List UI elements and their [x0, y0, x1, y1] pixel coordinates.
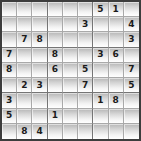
sudoku-cell-r1c8: 1 [109, 2, 124, 17]
sudoku-cell-r3c5[interactable] [63, 32, 78, 47]
sudoku-cell-r4c5[interactable] [63, 48, 78, 63]
sudoku-cell-r4c6[interactable] [78, 48, 93, 63]
sudoku-cell-r1c5[interactable] [63, 2, 78, 17]
sudoku-cell-r8c9[interactable] [124, 109, 139, 124]
sudoku-cell-r8c2[interactable] [17, 109, 32, 124]
sudoku-cell-r5c1: 8 [2, 63, 17, 78]
sudoku-cell-r2c8[interactable] [109, 17, 124, 32]
sudoku-cell-r1c7: 5 [93, 2, 108, 17]
sudoku-cell-r6c1[interactable] [2, 78, 17, 93]
sudoku-cell-r5c2[interactable] [17, 63, 32, 78]
sudoku-cell-r3c9: 3 [124, 32, 139, 47]
sudoku-cell-r1c3[interactable] [32, 2, 47, 17]
sudoku-cell-r6c3: 3 [32, 78, 47, 93]
sudoku-cell-r2c3[interactable] [32, 17, 47, 32]
sudoku-cell-r4c1: 7 [2, 48, 17, 63]
sudoku-cell-r1c1[interactable] [2, 2, 17, 17]
sudoku-cell-r7c1: 3 [2, 93, 17, 108]
sudoku-cell-r4c4: 8 [48, 48, 63, 63]
sudoku-cell-r7c7: 1 [93, 93, 108, 108]
sudoku-cell-r9c9[interactable] [124, 124, 139, 139]
sudoku-cell-r8c8[interactable] [109, 109, 124, 124]
sudoku-cell-r5c5[interactable] [63, 63, 78, 78]
sudoku-cell-r2c5[interactable] [63, 17, 78, 32]
sudoku-cell-r2c2[interactable] [17, 17, 32, 32]
sudoku-cell-r8c7[interactable] [93, 109, 108, 124]
sudoku-cell-r3c2: 7 [17, 32, 32, 47]
sudoku-cell-r7c9[interactable] [124, 93, 139, 108]
sudoku-puzzle: 51347837836865723753185184 [0, 0, 141, 141]
sudoku-cell-r2c7[interactable] [93, 17, 108, 32]
sudoku-cell-r3c6[interactable] [78, 32, 93, 47]
sudoku-cell-r4c7: 3 [93, 48, 108, 63]
sudoku-cell-r4c2[interactable] [17, 48, 32, 63]
sudoku-cell-r8c1: 5 [2, 109, 17, 124]
sudoku-cell-r7c3[interactable] [32, 93, 47, 108]
sudoku-cell-r6c2: 2 [17, 78, 32, 93]
sudoku-cell-r2c4[interactable] [48, 17, 63, 32]
sudoku-cell-r2c9: 4 [124, 17, 139, 32]
sudoku-cell-r6c7[interactable] [93, 78, 108, 93]
sudoku-cell-r8c4: 1 [48, 109, 63, 124]
sudoku-cell-r5c6: 5 [78, 63, 93, 78]
sudoku-cell-r1c9[interactable] [124, 2, 139, 17]
sudoku-board: 51347837836865723753185184 [0, 0, 141, 141]
sudoku-cell-r8c3[interactable] [32, 109, 47, 124]
sudoku-cell-r5c4: 6 [48, 63, 63, 78]
sudoku-cell-r9c3: 4 [32, 124, 47, 139]
sudoku-cell-r3c8[interactable] [109, 32, 124, 47]
sudoku-cell-r8c5[interactable] [63, 109, 78, 124]
sudoku-cell-r9c6[interactable] [78, 124, 93, 139]
sudoku-cell-r1c6[interactable] [78, 2, 93, 17]
sudoku-cell-r6c4[interactable] [48, 78, 63, 93]
sudoku-cell-r7c2[interactable] [17, 93, 32, 108]
sudoku-cell-r5c9: 7 [124, 63, 139, 78]
sudoku-cell-r9c7[interactable] [93, 124, 108, 139]
sudoku-cell-r4c3[interactable] [32, 48, 47, 63]
sudoku-cell-r1c2[interactable] [17, 2, 32, 17]
sudoku-cell-r9c2: 8 [17, 124, 32, 139]
sudoku-cell-r7c4[interactable] [48, 93, 63, 108]
sudoku-cell-r9c1[interactable] [2, 124, 17, 139]
sudoku-cell-r7c6[interactable] [78, 93, 93, 108]
sudoku-cell-r3c7[interactable] [93, 32, 108, 47]
sudoku-cell-r6c6: 7 [78, 78, 93, 93]
sudoku-cell-r6c9: 5 [124, 78, 139, 93]
sudoku-cell-r3c4[interactable] [48, 32, 63, 47]
sudoku-cell-r2c6: 3 [78, 17, 93, 32]
sudoku-cell-r2c1[interactable] [2, 17, 17, 32]
sudoku-cell-r3c1[interactable] [2, 32, 17, 47]
sudoku-cell-r6c8[interactable] [109, 78, 124, 93]
sudoku-cell-r9c4[interactable] [48, 124, 63, 139]
sudoku-cell-r5c3[interactable] [32, 63, 47, 78]
sudoku-cell-r5c7[interactable] [93, 63, 108, 78]
sudoku-cell-r4c8: 6 [109, 48, 124, 63]
sudoku-cell-r7c8: 8 [109, 93, 124, 108]
sudoku-cell-r8c6[interactable] [78, 109, 93, 124]
sudoku-cell-r5c8[interactable] [109, 63, 124, 78]
sudoku-cell-r9c8[interactable] [109, 124, 124, 139]
sudoku-cell-r7c5[interactable] [63, 93, 78, 108]
sudoku-cell-r9c5[interactable] [63, 124, 78, 139]
sudoku-cell-r4c9[interactable] [124, 48, 139, 63]
sudoku-cell-r1c4[interactable] [48, 2, 63, 17]
sudoku-cell-r6c5[interactable] [63, 78, 78, 93]
sudoku-cell-r3c3: 8 [32, 32, 47, 47]
